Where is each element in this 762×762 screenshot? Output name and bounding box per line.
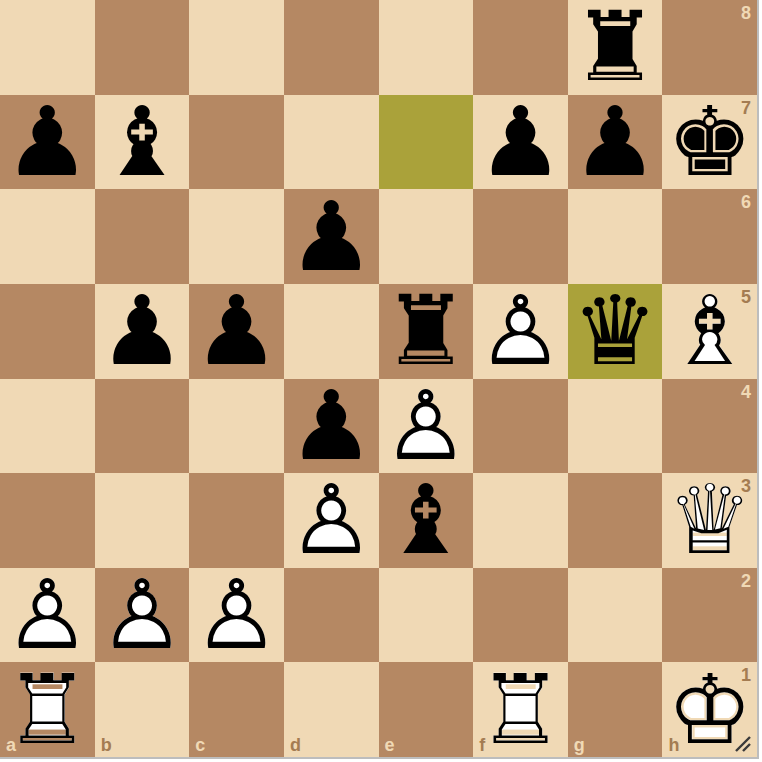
file-label-e: e — [385, 736, 395, 754]
square-d2[interactable] — [284, 568, 379, 663]
square-g2[interactable] — [568, 568, 663, 663]
black-pawn-icon[interactable]: ♟ — [284, 189, 379, 284]
black-pawn-glyph: ♟ — [473, 95, 568, 190]
square-c7[interactable] — [189, 95, 284, 190]
square-h8[interactable]: 8 — [662, 0, 757, 95]
square-c8[interactable] — [189, 0, 284, 95]
square-h6[interactable]: 6 — [662, 189, 757, 284]
square-d4[interactable]: ♟ — [284, 379, 379, 474]
square-c5[interactable]: ♟ — [189, 284, 284, 379]
square-f1[interactable]: f♜♖ — [473, 662, 568, 757]
square-a3[interactable] — [0, 473, 95, 568]
black-bishop-glyph: ♝ — [379, 473, 474, 568]
black-pawn-glyph: ♟ — [284, 379, 379, 474]
square-f2[interactable] — [473, 568, 568, 663]
square-b8[interactable] — [95, 0, 190, 95]
white-pawn-glyph: ♙ — [189, 568, 284, 663]
square-c2[interactable]: ♟♙ — [189, 568, 284, 663]
white-rook-icon[interactable]: ♜♖ — [0, 662, 95, 757]
board-resize-handle-icon[interactable] — [728, 729, 752, 753]
square-b2[interactable]: ♟♙ — [95, 568, 190, 663]
black-rook-icon[interactable]: ♜ — [568, 0, 663, 95]
black-bishop-icon[interactable]: ♝ — [379, 473, 474, 568]
white-pawn-glyph: ♙ — [95, 568, 190, 663]
square-h7[interactable]: 7♚ — [662, 95, 757, 190]
square-a6[interactable] — [0, 189, 95, 284]
square-a5[interactable] — [0, 284, 95, 379]
square-g1[interactable]: g — [568, 662, 663, 757]
file-label-c: c — [195, 736, 205, 754]
black-pawn-icon[interactable]: ♟ — [95, 284, 190, 379]
black-pawn-icon[interactable]: ♟ — [568, 95, 663, 190]
square-a4[interactable] — [0, 379, 95, 474]
black-king-icon[interactable]: ♚ — [662, 95, 757, 190]
square-d6[interactable]: ♟ — [284, 189, 379, 284]
black-pawn-icon[interactable]: ♟ — [189, 284, 284, 379]
square-g4[interactable] — [568, 379, 663, 474]
square-g5[interactable]: ♛ — [568, 284, 663, 379]
square-d1[interactable]: d — [284, 662, 379, 757]
square-f8[interactable] — [473, 0, 568, 95]
black-pawn-icon[interactable]: ♟ — [0, 95, 95, 190]
white-rook-glyph: ♖ — [0, 662, 95, 757]
square-g3[interactable] — [568, 473, 663, 568]
black-queen-icon[interactable]: ♛ — [568, 284, 663, 379]
white-pawn-icon[interactable]: ♟♙ — [95, 568, 190, 663]
square-b1[interactable]: b — [95, 662, 190, 757]
square-a7[interactable]: ♟ — [0, 95, 95, 190]
black-pawn-glyph: ♟ — [189, 284, 284, 379]
black-pawn-icon[interactable]: ♟ — [284, 379, 379, 474]
black-pawn-glyph: ♟ — [284, 189, 379, 284]
white-pawn-icon[interactable]: ♟♙ — [0, 568, 95, 663]
square-h5[interactable]: 5♝♗ — [662, 284, 757, 379]
square-a8[interactable] — [0, 0, 95, 95]
square-b6[interactable] — [95, 189, 190, 284]
chess-board: ♜8♟♝♟♟7♚♟6♟♟♜♟♙♛5♝♗♟♟♙4♟♙♝3♛♕♟♙♟♙♟♙2a♜♖b… — [0, 0, 759, 759]
square-e2[interactable] — [379, 568, 474, 663]
square-a1[interactable]: a♜♖ — [0, 662, 95, 757]
square-h4[interactable]: 4 — [662, 379, 757, 474]
white-rook-icon[interactable]: ♜♖ — [473, 662, 568, 757]
square-c3[interactable] — [189, 473, 284, 568]
square-c4[interactable] — [189, 379, 284, 474]
chess-app: ♜8♟♝♟♟7♚♟6♟♟♜♟♙♛5♝♗♟♟♙4♟♙♝3♛♕♟♙♟♙♟♙2a♜♖b… — [0, 0, 762, 762]
square-g8[interactable]: ♜ — [568, 0, 663, 95]
black-rook-glyph: ♜ — [568, 0, 663, 95]
file-label-d: d — [290, 736, 301, 754]
file-label-g: g — [574, 736, 585, 754]
square-c6[interactable] — [189, 189, 284, 284]
square-f3[interactable] — [473, 473, 568, 568]
square-h3[interactable]: 3♛♕ — [662, 473, 757, 568]
square-b7[interactable]: ♝ — [95, 95, 190, 190]
black-king-glyph: ♚ — [662, 95, 757, 190]
white-pawn-glyph: ♙ — [0, 568, 95, 663]
square-e5[interactable]: ♜ — [379, 284, 474, 379]
square-e1[interactable]: e — [379, 662, 474, 757]
white-pawn-icon[interactable]: ♟♙ — [473, 284, 568, 379]
square-e7[interactable] — [379, 95, 474, 190]
black-pawn-glyph: ♟ — [568, 95, 663, 190]
square-g7[interactable]: ♟ — [568, 95, 663, 190]
white-pawn-icon[interactable]: ♟♙ — [379, 379, 474, 474]
white-pawn-glyph: ♙ — [379, 379, 474, 474]
white-pawn-icon[interactable]: ♟♙ — [284, 473, 379, 568]
white-pawn-glyph: ♙ — [284, 473, 379, 568]
rank-label-8: 8 — [741, 4, 751, 22]
white-queen-glyph: ♕ — [662, 473, 757, 568]
square-a2[interactable]: ♟♙ — [0, 568, 95, 663]
white-queen-icon[interactable]: ♛♕ — [662, 473, 757, 568]
black-pawn-glyph: ♟ — [95, 284, 190, 379]
square-b5[interactable]: ♟ — [95, 284, 190, 379]
black-bishop-glyph: ♝ — [95, 95, 190, 190]
square-b3[interactable] — [95, 473, 190, 568]
square-f5[interactable]: ♟♙ — [473, 284, 568, 379]
square-e6[interactable] — [379, 189, 474, 284]
square-e3[interactable]: ♝ — [379, 473, 474, 568]
white-rook-glyph: ♖ — [473, 662, 568, 757]
square-b4[interactable] — [95, 379, 190, 474]
square-d8[interactable] — [284, 0, 379, 95]
white-pawn-glyph: ♙ — [473, 284, 568, 379]
square-e4[interactable]: ♟♙ — [379, 379, 474, 474]
black-pawn-glyph: ♟ — [0, 95, 95, 190]
square-h2[interactable]: 2 — [662, 568, 757, 663]
square-d3[interactable]: ♟♙ — [284, 473, 379, 568]
square-e8[interactable] — [379, 0, 474, 95]
square-d5[interactable] — [284, 284, 379, 379]
black-queen-glyph: ♛ — [568, 284, 663, 379]
black-pawn-icon[interactable]: ♟ — [473, 95, 568, 190]
square-f4[interactable] — [473, 379, 568, 474]
square-g6[interactable] — [568, 189, 663, 284]
black-rook-icon[interactable]: ♜ — [379, 284, 474, 379]
square-d7[interactable] — [284, 95, 379, 190]
square-c1[interactable]: c — [189, 662, 284, 757]
file-label-b: b — [101, 736, 112, 754]
black-bishop-icon[interactable]: ♝ — [95, 95, 190, 190]
white-bishop-icon[interactable]: ♝♗ — [662, 284, 757, 379]
white-bishop-glyph: ♗ — [662, 284, 757, 379]
white-pawn-icon[interactable]: ♟♙ — [189, 568, 284, 663]
black-rook-glyph: ♜ — [379, 284, 474, 379]
square-f6[interactable] — [473, 189, 568, 284]
square-f7[interactable]: ♟ — [473, 95, 568, 190]
